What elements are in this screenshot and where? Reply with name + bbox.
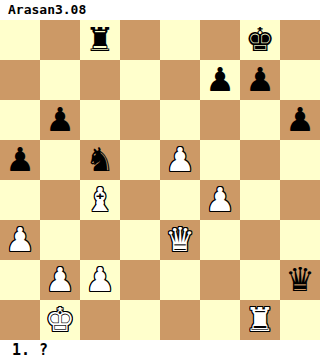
square-e2[interactable] xyxy=(160,260,200,300)
square-a2[interactable] xyxy=(0,260,40,300)
black-pawn: ♟ xyxy=(285,100,315,140)
square-a3[interactable]: ♟ xyxy=(0,220,40,260)
square-h5[interactable] xyxy=(280,140,320,180)
square-h1[interactable] xyxy=(280,300,320,340)
white-rook: ♜ xyxy=(245,300,275,340)
square-c3[interactable] xyxy=(80,220,120,260)
square-g5[interactable] xyxy=(240,140,280,180)
square-d3[interactable] xyxy=(120,220,160,260)
square-h2[interactable]: ♛ xyxy=(280,260,320,300)
black-pawn: ♟ xyxy=(45,100,75,140)
square-d4[interactable] xyxy=(120,180,160,220)
square-e3[interactable]: ♛ xyxy=(160,220,200,260)
black-queen: ♛ xyxy=(285,260,315,300)
black-pawn: ♟ xyxy=(5,140,35,180)
square-g2[interactable] xyxy=(240,260,280,300)
black-pawn: ♟ xyxy=(245,60,275,100)
square-b5[interactable] xyxy=(40,140,80,180)
square-b1[interactable]: ♚ xyxy=(40,300,80,340)
square-h6[interactable]: ♟ xyxy=(280,100,320,140)
square-d6[interactable] xyxy=(120,100,160,140)
move-prompt: 1. ? xyxy=(0,340,320,360)
square-d1[interactable] xyxy=(120,300,160,340)
square-a5[interactable]: ♟ xyxy=(0,140,40,180)
white-queen: ♛ xyxy=(165,220,195,260)
black-knight: ♞ xyxy=(85,140,115,180)
black-pawn: ♟ xyxy=(205,60,235,100)
white-pawn: ♟ xyxy=(5,220,35,260)
black-king: ♚ xyxy=(245,20,275,60)
square-g3[interactable] xyxy=(240,220,280,260)
square-h4[interactable] xyxy=(280,180,320,220)
chess-app-window: Arasan3.08 ♜♚♟♟♟♟♟♞♟♝♟♟♛♟♟♛♚♜ 1. ? xyxy=(0,0,320,360)
square-f1[interactable] xyxy=(200,300,240,340)
square-g7[interactable]: ♟ xyxy=(240,60,280,100)
square-d8[interactable] xyxy=(120,20,160,60)
square-e1[interactable] xyxy=(160,300,200,340)
white-pawn: ♟ xyxy=(165,140,195,180)
square-f8[interactable] xyxy=(200,20,240,60)
square-b7[interactable] xyxy=(40,60,80,100)
square-g4[interactable] xyxy=(240,180,280,220)
square-g1[interactable]: ♜ xyxy=(240,300,280,340)
white-pawn: ♟ xyxy=(85,260,115,300)
square-h3[interactable] xyxy=(280,220,320,260)
square-g8[interactable]: ♚ xyxy=(240,20,280,60)
square-b6[interactable]: ♟ xyxy=(40,100,80,140)
square-e4[interactable] xyxy=(160,180,200,220)
square-c4[interactable]: ♝ xyxy=(80,180,120,220)
square-c6[interactable] xyxy=(80,100,120,140)
square-a8[interactable] xyxy=(0,20,40,60)
square-a7[interactable] xyxy=(0,60,40,100)
square-f3[interactable] xyxy=(200,220,240,260)
square-d2[interactable] xyxy=(120,260,160,300)
square-b2[interactable]: ♟ xyxy=(40,260,80,300)
square-c1[interactable] xyxy=(80,300,120,340)
square-d7[interactable] xyxy=(120,60,160,100)
square-f2[interactable] xyxy=(200,260,240,300)
chess-board: ♜♚♟♟♟♟♟♞♟♝♟♟♛♟♟♛♚♜ xyxy=(0,20,320,340)
square-f7[interactable]: ♟ xyxy=(200,60,240,100)
white-pawn: ♟ xyxy=(45,260,75,300)
square-d5[interactable] xyxy=(120,140,160,180)
square-c2[interactable]: ♟ xyxy=(80,260,120,300)
window-title: Arasan3.08 xyxy=(0,0,320,20)
square-c7[interactable] xyxy=(80,60,120,100)
square-e6[interactable] xyxy=(160,100,200,140)
square-b4[interactable] xyxy=(40,180,80,220)
square-c5[interactable]: ♞ xyxy=(80,140,120,180)
square-h8[interactable] xyxy=(280,20,320,60)
square-h7[interactable] xyxy=(280,60,320,100)
square-e8[interactable] xyxy=(160,20,200,60)
square-e7[interactable] xyxy=(160,60,200,100)
square-b3[interactable] xyxy=(40,220,80,260)
square-a6[interactable] xyxy=(0,100,40,140)
square-a1[interactable] xyxy=(0,300,40,340)
white-pawn: ♟ xyxy=(205,180,235,220)
square-a4[interactable] xyxy=(0,180,40,220)
square-f4[interactable]: ♟ xyxy=(200,180,240,220)
square-f5[interactable] xyxy=(200,140,240,180)
white-bishop: ♝ xyxy=(85,180,115,220)
square-f6[interactable] xyxy=(200,100,240,140)
white-king: ♚ xyxy=(45,300,75,340)
black-rook: ♜ xyxy=(85,20,115,60)
square-e5[interactable]: ♟ xyxy=(160,140,200,180)
square-g6[interactable] xyxy=(240,100,280,140)
square-b8[interactable] xyxy=(40,20,80,60)
square-c8[interactable]: ♜ xyxy=(80,20,120,60)
